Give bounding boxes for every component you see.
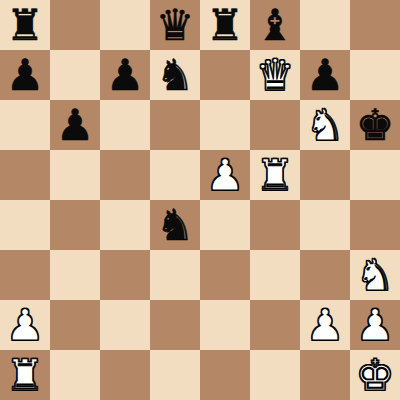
square-b2[interactable] bbox=[50, 300, 100, 350]
white-king[interactable]: ♚ bbox=[356, 350, 395, 400]
square-b1[interactable] bbox=[50, 350, 100, 400]
square-b5[interactable] bbox=[50, 150, 100, 200]
square-b6[interactable]: ♟ bbox=[50, 100, 100, 150]
white-queen[interactable]: ♛ bbox=[256, 50, 295, 100]
square-b4[interactable] bbox=[50, 200, 100, 250]
square-c4[interactable] bbox=[100, 200, 150, 250]
square-f5[interactable]: ♜ bbox=[250, 150, 300, 200]
square-h8[interactable] bbox=[350, 0, 400, 50]
white-rook[interactable]: ♜ bbox=[256, 150, 295, 200]
black-queen[interactable]: ♛ bbox=[156, 0, 195, 50]
square-a8[interactable]: ♜ bbox=[0, 0, 50, 50]
square-d4[interactable]: ♞ bbox=[150, 200, 200, 250]
square-d7[interactable]: ♞ bbox=[150, 50, 200, 100]
square-f8[interactable]: ♝ bbox=[250, 0, 300, 50]
square-c5[interactable] bbox=[100, 150, 150, 200]
black-bishop[interactable]: ♝ bbox=[256, 0, 295, 50]
square-a3[interactable] bbox=[0, 250, 50, 300]
black-pawn[interactable]: ♟ bbox=[306, 50, 345, 100]
black-king[interactable]: ♚ bbox=[356, 100, 395, 150]
black-pawn[interactable]: ♟ bbox=[6, 50, 45, 100]
square-g4[interactable] bbox=[300, 200, 350, 250]
square-g3[interactable] bbox=[300, 250, 350, 300]
white-knight[interactable]: ♞ bbox=[356, 250, 395, 300]
square-e5[interactable]: ♟ bbox=[200, 150, 250, 200]
chess-board: ♜♛♜♝♟♟♞♛♟♟♞♚♟♜♞♞♟♟♟♜♚ bbox=[0, 0, 400, 400]
square-g8[interactable] bbox=[300, 0, 350, 50]
square-d3[interactable] bbox=[150, 250, 200, 300]
square-a6[interactable] bbox=[0, 100, 50, 150]
white-pawn[interactable]: ♟ bbox=[6, 300, 45, 350]
square-a4[interactable] bbox=[0, 200, 50, 250]
square-h4[interactable] bbox=[350, 200, 400, 250]
square-g5[interactable] bbox=[300, 150, 350, 200]
black-knight[interactable]: ♞ bbox=[156, 200, 195, 250]
square-e8[interactable]: ♜ bbox=[200, 0, 250, 50]
square-f6[interactable] bbox=[250, 100, 300, 150]
square-g7[interactable]: ♟ bbox=[300, 50, 350, 100]
square-b7[interactable] bbox=[50, 50, 100, 100]
square-d1[interactable] bbox=[150, 350, 200, 400]
square-c7[interactable]: ♟ bbox=[100, 50, 150, 100]
square-e3[interactable] bbox=[200, 250, 250, 300]
square-a5[interactable] bbox=[0, 150, 50, 200]
square-b8[interactable] bbox=[50, 0, 100, 50]
square-a2[interactable]: ♟ bbox=[0, 300, 50, 350]
white-knight[interactable]: ♞ bbox=[306, 100, 345, 150]
white-pawn[interactable]: ♟ bbox=[356, 300, 395, 350]
square-b3[interactable] bbox=[50, 250, 100, 300]
white-rook[interactable]: ♜ bbox=[6, 350, 45, 400]
square-e6[interactable] bbox=[200, 100, 250, 150]
square-c2[interactable] bbox=[100, 300, 150, 350]
square-e2[interactable] bbox=[200, 300, 250, 350]
square-d6[interactable] bbox=[150, 100, 200, 150]
square-h6[interactable]: ♚ bbox=[350, 100, 400, 150]
square-a7[interactable]: ♟ bbox=[0, 50, 50, 100]
white-pawn[interactable]: ♟ bbox=[206, 150, 245, 200]
chess-board-container: ♜♛♜♝♟♟♞♛♟♟♞♚♟♜♞♞♟♟♟♜♚ bbox=[0, 0, 400, 400]
square-h7[interactable] bbox=[350, 50, 400, 100]
square-h1[interactable]: ♚ bbox=[350, 350, 400, 400]
black-pawn[interactable]: ♟ bbox=[106, 50, 145, 100]
square-h2[interactable]: ♟ bbox=[350, 300, 400, 350]
square-e4[interactable] bbox=[200, 200, 250, 250]
square-f2[interactable] bbox=[250, 300, 300, 350]
square-g2[interactable]: ♟ bbox=[300, 300, 350, 350]
white-pawn[interactable]: ♟ bbox=[306, 300, 345, 350]
black-rook[interactable]: ♜ bbox=[206, 0, 245, 50]
square-c3[interactable] bbox=[100, 250, 150, 300]
square-f4[interactable] bbox=[250, 200, 300, 250]
square-f7[interactable]: ♛ bbox=[250, 50, 300, 100]
square-e7[interactable] bbox=[200, 50, 250, 100]
square-f3[interactable] bbox=[250, 250, 300, 300]
square-a1[interactable]: ♜ bbox=[0, 350, 50, 400]
square-h3[interactable]: ♞ bbox=[350, 250, 400, 300]
square-h5[interactable] bbox=[350, 150, 400, 200]
black-rook[interactable]: ♜ bbox=[6, 0, 45, 50]
black-pawn[interactable]: ♟ bbox=[56, 100, 95, 150]
square-g6[interactable]: ♞ bbox=[300, 100, 350, 150]
square-c6[interactable] bbox=[100, 100, 150, 150]
square-c8[interactable] bbox=[100, 0, 150, 50]
square-c1[interactable] bbox=[100, 350, 150, 400]
square-d8[interactable]: ♛ bbox=[150, 0, 200, 50]
square-e1[interactable] bbox=[200, 350, 250, 400]
square-f1[interactable] bbox=[250, 350, 300, 400]
black-knight[interactable]: ♞ bbox=[156, 50, 195, 100]
square-d5[interactable] bbox=[150, 150, 200, 200]
square-g1[interactable] bbox=[300, 350, 350, 400]
square-d2[interactable] bbox=[150, 300, 200, 350]
